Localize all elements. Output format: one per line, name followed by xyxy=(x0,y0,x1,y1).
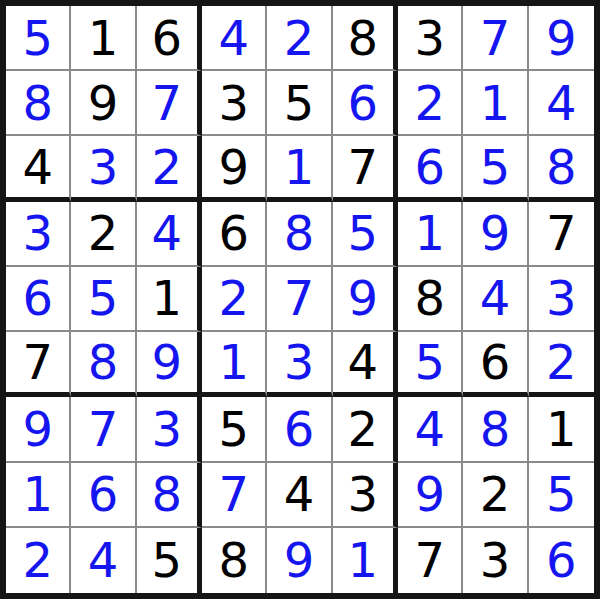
cell-r5c7[interactable]: 8 xyxy=(398,267,463,332)
cell-r8c2[interactable]: 6 xyxy=(71,463,136,528)
cell-r2c7[interactable]: 2 xyxy=(398,71,463,136)
cell-r6c8[interactable]: 6 xyxy=(463,332,528,397)
cell-r7c9[interactable]: 1 xyxy=(529,397,594,462)
cell-r5c9[interactable]: 3 xyxy=(529,267,594,332)
cell-r7c8[interactable]: 8 xyxy=(463,397,528,462)
cell-r6c7[interactable]: 5 xyxy=(398,332,463,397)
cell-r9c6[interactable]: 1 xyxy=(333,528,398,593)
cell-r5c6[interactable]: 9 xyxy=(333,267,398,332)
cell-r4c7[interactable]: 1 xyxy=(398,202,463,267)
cell-r3c9[interactable]: 8 xyxy=(529,136,594,201)
cell-r8c4[interactable]: 7 xyxy=(202,463,267,528)
cell-r5c3[interactable]: 1 xyxy=(137,267,202,332)
cell-r1c8[interactable]: 7 xyxy=(463,6,528,71)
cell-r6c4[interactable]: 1 xyxy=(202,332,267,397)
cell-r3c6[interactable]: 7 xyxy=(333,136,398,201)
cell-r4c6[interactable]: 5 xyxy=(333,202,398,267)
cell-r8c5[interactable]: 4 xyxy=(267,463,332,528)
cell-r8c8[interactable]: 2 xyxy=(463,463,528,528)
cell-r1c7[interactable]: 3 xyxy=(398,6,463,71)
cell-r2c5[interactable]: 5 xyxy=(267,71,332,136)
cell-r4c9[interactable]: 7 xyxy=(529,202,594,267)
cell-r8c1[interactable]: 1 xyxy=(6,463,71,528)
cell-r6c6[interactable]: 4 xyxy=(333,332,398,397)
cell-r9c8[interactable]: 3 xyxy=(463,528,528,593)
cell-r4c5[interactable]: 8 xyxy=(267,202,332,267)
cell-r4c4[interactable]: 6 xyxy=(202,202,267,267)
cell-r9c4[interactable]: 8 xyxy=(202,528,267,593)
cell-r1c6[interactable]: 8 xyxy=(333,6,398,71)
cell-r5c2[interactable]: 5 xyxy=(71,267,136,332)
cell-r9c5[interactable]: 9 xyxy=(267,528,332,593)
cell-r3c7[interactable]: 6 xyxy=(398,136,463,201)
cell-r4c8[interactable]: 9 xyxy=(463,202,528,267)
cell-r4c1[interactable]: 3 xyxy=(6,202,71,267)
cell-r6c1[interactable]: 7 xyxy=(6,332,71,397)
cell-r9c1[interactable]: 2 xyxy=(6,528,71,593)
cell-r6c5[interactable]: 3 xyxy=(267,332,332,397)
cell-r5c4[interactable]: 2 xyxy=(202,267,267,332)
cell-r1c9[interactable]: 9 xyxy=(529,6,594,71)
cell-r2c8[interactable]: 1 xyxy=(463,71,528,136)
cell-r5c8[interactable]: 4 xyxy=(463,267,528,332)
cell-r8c6[interactable]: 3 xyxy=(333,463,398,528)
cell-r7c5[interactable]: 6 xyxy=(267,397,332,462)
cell-r7c3[interactable]: 3 xyxy=(137,397,202,462)
cell-r6c9[interactable]: 2 xyxy=(529,332,594,397)
cell-r2c3[interactable]: 7 xyxy=(137,71,202,136)
cell-r2c6[interactable]: 6 xyxy=(333,71,398,136)
cell-r1c5[interactable]: 2 xyxy=(267,6,332,71)
cell-r5c5[interactable]: 7 xyxy=(267,267,332,332)
cell-r4c2[interactable]: 2 xyxy=(71,202,136,267)
cell-r2c4[interactable]: 3 xyxy=(202,71,267,136)
cell-r9c3[interactable]: 5 xyxy=(137,528,202,593)
cell-r9c7[interactable]: 7 xyxy=(398,528,463,593)
cell-r7c2[interactable]: 7 xyxy=(71,397,136,462)
cell-r1c2[interactable]: 1 xyxy=(71,6,136,71)
cell-r7c1[interactable]: 9 xyxy=(6,397,71,462)
cell-r3c1[interactable]: 4 xyxy=(6,136,71,201)
cell-r2c2[interactable]: 9 xyxy=(71,71,136,136)
cell-r8c9[interactable]: 5 xyxy=(529,463,594,528)
cell-r8c3[interactable]: 8 xyxy=(137,463,202,528)
cell-r8c7[interactable]: 9 xyxy=(398,463,463,528)
cell-r3c3[interactable]: 2 xyxy=(137,136,202,201)
cell-r7c7[interactable]: 4 xyxy=(398,397,463,462)
cell-r6c3[interactable]: 9 xyxy=(137,332,202,397)
cell-r7c6[interactable]: 2 xyxy=(333,397,398,462)
cell-r9c9[interactable]: 6 xyxy=(529,528,594,593)
cell-r1c3[interactable]: 6 xyxy=(137,6,202,71)
cell-r3c2[interactable]: 3 xyxy=(71,136,136,201)
cell-r3c4[interactable]: 9 xyxy=(202,136,267,201)
cell-r2c1[interactable]: 8 xyxy=(6,71,71,136)
cell-r2c9[interactable]: 4 xyxy=(529,71,594,136)
cell-r9c2[interactable]: 4 xyxy=(71,528,136,593)
cell-r1c1[interactable]: 5 xyxy=(6,6,71,71)
cell-r6c2[interactable]: 8 xyxy=(71,332,136,397)
cell-r3c8[interactable]: 5 xyxy=(463,136,528,201)
sudoku-board: 5164283798973562144329176583246851976512… xyxy=(0,0,600,599)
cell-r7c4[interactable]: 5 xyxy=(202,397,267,462)
cell-r5c1[interactable]: 6 xyxy=(6,267,71,332)
cell-r1c4[interactable]: 4 xyxy=(202,6,267,71)
cell-r4c3[interactable]: 4 xyxy=(137,202,202,267)
cell-r3c5[interactable]: 1 xyxy=(267,136,332,201)
